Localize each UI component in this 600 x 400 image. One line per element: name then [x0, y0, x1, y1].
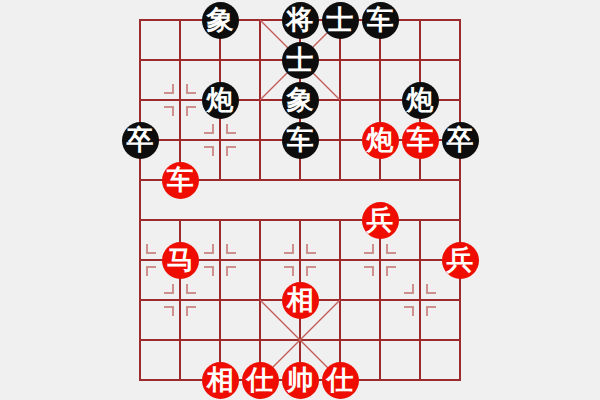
- point-marker: [120, 240, 160, 280]
- point-marker: [360, 240, 400, 280]
- piece-red-general[interactable]: 帅: [282, 362, 319, 399]
- piece-black-general[interactable]: 将: [282, 2, 319, 39]
- piece-red-chariot[interactable]: 车: [402, 122, 439, 159]
- piece-red-chariot[interactable]: 车: [162, 162, 199, 199]
- piece-black-elephant[interactable]: 象: [202, 2, 239, 39]
- point-marker: [200, 120, 240, 160]
- piece-red-advisor[interactable]: 仕: [242, 362, 279, 399]
- piece-black-advisor[interactable]: 士: [322, 2, 359, 39]
- piece-red-cannon[interactable]: 炮: [362, 122, 399, 159]
- piece-red-elephant[interactable]: 相: [202, 362, 239, 399]
- piece-black-soldier[interactable]: 卒: [122, 122, 159, 159]
- xiangqi-board: 象将士车士炮象炮卒车炮车卒车兵马兵相相仕帅仕: [120, 0, 480, 400]
- piece-black-advisor[interactable]: 士: [282, 42, 319, 79]
- point-marker: [200, 240, 240, 280]
- piece-red-elephant[interactable]: 相: [282, 282, 319, 319]
- piece-red-advisor[interactable]: 仕: [322, 362, 359, 399]
- piece-black-cannon[interactable]: 炮: [402, 82, 439, 119]
- xiangqi-app: 象将士车士炮象炮卒车炮车卒车兵马兵相相仕帅仕: [0, 0, 600, 400]
- piece-black-cannon[interactable]: 炮: [202, 82, 239, 119]
- point-marker: [280, 240, 320, 280]
- piece-red-soldier[interactable]: 兵: [362, 202, 399, 239]
- point-marker: [160, 280, 200, 320]
- piece-black-elephant[interactable]: 象: [282, 82, 319, 119]
- piece-black-chariot[interactable]: 车: [362, 2, 399, 39]
- piece-red-horse[interactable]: 马: [162, 242, 199, 279]
- piece-red-soldier[interactable]: 兵: [442, 242, 479, 279]
- piece-black-chariot[interactable]: 车: [282, 122, 319, 159]
- piece-black-soldier[interactable]: 卒: [442, 122, 479, 159]
- point-marker: [160, 80, 200, 120]
- point-marker: [400, 280, 440, 320]
